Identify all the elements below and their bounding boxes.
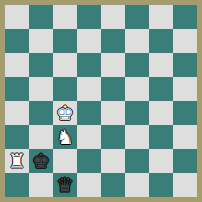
- square-c3[interactable]: ♞: [53, 125, 77, 149]
- square-f2[interactable]: [125, 149, 149, 173]
- square-e3[interactable]: [101, 125, 125, 149]
- square-f3[interactable]: [125, 125, 149, 149]
- square-f7[interactable]: [125, 29, 149, 53]
- square-g3[interactable]: [149, 125, 173, 149]
- square-c2[interactable]: [53, 149, 77, 173]
- square-f8[interactable]: [125, 5, 149, 29]
- square-c7[interactable]: [53, 29, 77, 53]
- square-g6[interactable]: [149, 53, 173, 77]
- square-e8[interactable]: [101, 5, 125, 29]
- square-h1[interactable]: [173, 173, 197, 197]
- square-a7[interactable]: [5, 29, 29, 53]
- square-d8[interactable]: [77, 5, 101, 29]
- square-g7[interactable]: [149, 29, 173, 53]
- square-g4[interactable]: [149, 101, 173, 125]
- square-c8[interactable]: [53, 5, 77, 29]
- square-a3[interactable]: [5, 125, 29, 149]
- square-g8[interactable]: [149, 5, 173, 29]
- square-a5[interactable]: [5, 77, 29, 101]
- piece-white-king[interactable]: ♚: [56, 103, 74, 123]
- square-h3[interactable]: [173, 125, 197, 149]
- square-g5[interactable]: [149, 77, 173, 101]
- piece-white-knight[interactable]: ♞: [56, 127, 74, 147]
- square-d4[interactable]: [77, 101, 101, 125]
- square-h5[interactable]: [173, 77, 197, 101]
- square-h6[interactable]: [173, 53, 197, 77]
- square-e6[interactable]: [101, 53, 125, 77]
- piece-white-rook[interactable]: ♜: [8, 151, 26, 171]
- square-e7[interactable]: [101, 29, 125, 53]
- piece-black-king[interactable]: ♚: [32, 151, 50, 171]
- square-b2[interactable]: ♚: [29, 149, 53, 173]
- board-frame: ♚♞♜♚♛: [0, 0, 202, 202]
- chess-board: ♚♞♜♚♛: [5, 5, 197, 197]
- square-f5[interactable]: [125, 77, 149, 101]
- piece-black-queen[interactable]: ♛: [56, 175, 74, 195]
- square-f6[interactable]: [125, 53, 149, 77]
- square-h7[interactable]: [173, 29, 197, 53]
- square-g1[interactable]: [149, 173, 173, 197]
- square-d7[interactable]: [77, 29, 101, 53]
- square-c1[interactable]: ♛: [53, 173, 77, 197]
- square-b1[interactable]: [29, 173, 53, 197]
- square-c5[interactable]: [53, 77, 77, 101]
- square-h4[interactable]: [173, 101, 197, 125]
- square-b6[interactable]: [29, 53, 53, 77]
- square-f4[interactable]: [125, 101, 149, 125]
- square-a6[interactable]: [5, 53, 29, 77]
- square-a1[interactable]: [5, 173, 29, 197]
- square-c6[interactable]: [53, 53, 77, 77]
- square-g2[interactable]: [149, 149, 173, 173]
- square-d2[interactable]: [77, 149, 101, 173]
- square-e4[interactable]: [101, 101, 125, 125]
- square-a8[interactable]: [5, 5, 29, 29]
- square-e2[interactable]: [101, 149, 125, 173]
- square-b7[interactable]: [29, 29, 53, 53]
- square-b5[interactable]: [29, 77, 53, 101]
- square-h2[interactable]: [173, 149, 197, 173]
- square-b3[interactable]: [29, 125, 53, 149]
- square-d1[interactable]: [77, 173, 101, 197]
- square-b8[interactable]: [29, 5, 53, 29]
- square-f1[interactable]: [125, 173, 149, 197]
- square-d3[interactable]: [77, 125, 101, 149]
- square-h8[interactable]: [173, 5, 197, 29]
- square-c4[interactable]: ♚: [53, 101, 77, 125]
- square-d5[interactable]: [77, 77, 101, 101]
- square-b4[interactable]: [29, 101, 53, 125]
- square-a4[interactable]: [5, 101, 29, 125]
- square-e1[interactable]: [101, 173, 125, 197]
- square-e5[interactable]: [101, 77, 125, 101]
- square-a2[interactable]: ♜: [5, 149, 29, 173]
- square-d6[interactable]: [77, 53, 101, 77]
